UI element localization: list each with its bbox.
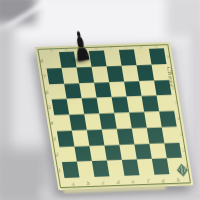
rank-label: 1	[56, 164, 63, 177]
file-label: g	[136, 44, 146, 48]
board-grid	[44, 48, 184, 178]
rank-label: 4	[175, 112, 182, 125]
checkered-diamond-logo	[176, 164, 189, 177]
rank-label: 5	[46, 101, 53, 114]
logo-diamond-checker	[178, 165, 188, 175]
rank-label: 3	[178, 128, 185, 141]
file-label: e	[126, 176, 139, 184]
file-label: d	[111, 177, 124, 185]
rank-label: 8	[165, 50, 172, 63]
file-label: h	[151, 44, 161, 48]
file-label: b	[61, 47, 71, 51]
tablecloth-shadow-top-left	[0, 0, 36, 24]
file-label: a	[46, 47, 56, 51]
tablecloth-fold-line	[0, 0, 48, 36]
rank-label: 8	[38, 54, 45, 67]
chess-board: abcdefgh abcdefgh 87654321 87654321 Ches…	[35, 42, 193, 190]
file-label: c	[96, 177, 109, 185]
rank-label: 7	[40, 70, 47, 83]
tablecloth-shade-top-right	[166, 0, 200, 38]
file-label: f	[121, 45, 131, 49]
rank-label: 3	[51, 133, 58, 146]
file-label: e	[106, 45, 116, 49]
file-label: f	[141, 176, 154, 184]
rank-label: 4	[48, 117, 55, 130]
tablecloth-shade-right	[191, 30, 200, 192]
file-label: g	[156, 175, 169, 183]
tablecloth-highlight-top	[18, 0, 200, 42]
file-label: d	[91, 46, 101, 50]
rank-label: 2	[180, 144, 187, 157]
file-label: b	[81, 178, 94, 186]
rank-label: 2	[53, 148, 60, 161]
chessboard-photo: abcdefgh abcdefgh 87654321 87654321 Ches…	[0, 0, 200, 200]
file-label: a	[66, 179, 79, 187]
tablecloth-shade-left	[0, 26, 12, 194]
rank-label: 6	[43, 86, 50, 99]
tablecloth-shadow-bottom-left	[0, 148, 50, 200]
